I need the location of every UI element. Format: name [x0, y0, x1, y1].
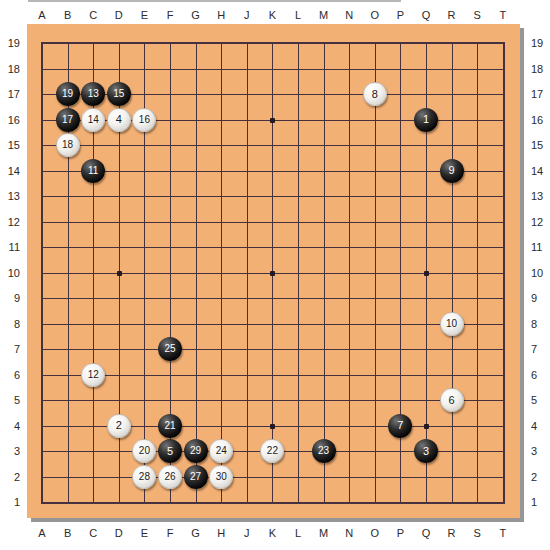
- row-label-left: 4: [2, 418, 20, 434]
- column-label-bottom: Q: [416, 525, 436, 541]
- row-label-right: 18: [531, 61, 549, 77]
- column-label-top: F: [160, 7, 180, 23]
- row-label-right: 3: [531, 443, 549, 459]
- star-point: [270, 424, 275, 429]
- stone-black-g2[interactable]: 27: [184, 465, 208, 489]
- row-label-left: 9: [2, 290, 20, 306]
- stone-white-d4[interactable]: 2: [107, 414, 131, 438]
- stone-black-r14[interactable]: 9: [440, 159, 464, 183]
- column-label-bottom: L: [288, 525, 308, 541]
- stone-white-c16[interactable]: 14: [81, 108, 105, 132]
- move-number: 19: [62, 89, 73, 99]
- move-number: 10: [446, 319, 457, 329]
- top-border-line: [28, 0, 401, 2]
- move-number: 22: [267, 446, 278, 456]
- stone-black-c17[interactable]: 13: [81, 82, 105, 106]
- row-label-right: 1: [531, 494, 549, 510]
- column-label-bottom: R: [442, 525, 462, 541]
- column-label-bottom: K: [262, 525, 282, 541]
- column-label-bottom: G: [186, 525, 206, 541]
- stone-black-q16[interactable]: 1: [414, 108, 438, 132]
- column-label-bottom: H: [211, 525, 231, 541]
- row-label-right: 4: [531, 418, 549, 434]
- stone-black-g3[interactable]: 29: [184, 439, 208, 463]
- column-label-bottom: B: [58, 525, 78, 541]
- column-label-top: G: [186, 7, 206, 23]
- move-number: 1: [423, 114, 429, 125]
- star-point: [117, 271, 122, 276]
- row-label-right: 14: [531, 163, 549, 179]
- move-number: 3: [423, 446, 429, 457]
- move-number: 28: [139, 472, 150, 482]
- row-label-left: 10: [2, 265, 20, 281]
- column-label-bottom: P: [390, 525, 410, 541]
- row-label-right: 2: [531, 469, 549, 485]
- row-label-right: 8: [531, 316, 549, 332]
- move-number: 30: [216, 472, 227, 482]
- move-number: 25: [164, 344, 175, 354]
- row-label-right: 7: [531, 341, 549, 357]
- move-number: 4: [116, 114, 122, 125]
- move-number: 13: [88, 89, 99, 99]
- row-label-left: 6: [2, 367, 20, 383]
- column-label-top: H: [211, 7, 231, 23]
- column-label-top: J: [237, 7, 257, 23]
- move-number: 21: [164, 421, 175, 431]
- column-label-bottom: O: [365, 525, 385, 541]
- move-number: 17: [62, 115, 73, 125]
- move-number: 24: [216, 446, 227, 456]
- row-label-right: 11: [531, 239, 549, 255]
- move-number: 2: [116, 420, 122, 431]
- move-number: 5: [167, 446, 173, 457]
- star-point: [424, 271, 429, 276]
- column-label-bottom: N: [339, 525, 359, 541]
- stone-black-c14[interactable]: 11: [81, 159, 105, 183]
- star-point: [270, 271, 275, 276]
- stone-black-b17[interactable]: 19: [56, 82, 80, 106]
- column-label-bottom: A: [32, 525, 52, 541]
- move-number: 7: [397, 420, 403, 431]
- stone-white-e2[interactable]: 28: [132, 465, 156, 489]
- stone-black-f3[interactable]: 5: [158, 439, 182, 463]
- row-label-left: 3: [2, 443, 20, 459]
- move-number: 20: [139, 446, 150, 456]
- move-number: 9: [449, 165, 455, 176]
- go-board-diagram: AABBCCDDEEFFGGHHJJKKLLMMNNOOPPQQRRSSTT19…: [0, 0, 550, 550]
- row-label-right: 17: [531, 86, 549, 102]
- move-number: 16: [139, 115, 150, 125]
- stone-black-f4[interactable]: 21: [158, 414, 182, 438]
- row-label-left: 15: [2, 137, 20, 153]
- column-label-top: Q: [416, 7, 436, 23]
- row-label-left: 14: [2, 163, 20, 179]
- column-label-bottom: T: [493, 525, 513, 541]
- move-number: 8: [372, 89, 378, 100]
- row-label-left: 18: [2, 61, 20, 77]
- row-label-left: 17: [2, 86, 20, 102]
- move-number: 26: [164, 472, 175, 482]
- row-label-left: 1: [2, 494, 20, 510]
- row-label-right: 16: [531, 112, 549, 128]
- row-label-right: 5: [531, 392, 549, 408]
- stone-white-d16[interactable]: 4: [107, 108, 131, 132]
- stone-white-f2[interactable]: 26: [158, 465, 182, 489]
- stone-black-b16[interactable]: 17: [56, 108, 80, 132]
- row-label-right: 12: [531, 214, 549, 230]
- move-number: 6: [449, 395, 455, 406]
- column-label-top: N: [339, 7, 359, 23]
- column-label-bottom: C: [83, 525, 103, 541]
- row-label-left: 7: [2, 341, 20, 357]
- move-number: 12: [88, 370, 99, 380]
- stone-white-r8[interactable]: 10: [440, 312, 464, 336]
- column-label-top: D: [109, 7, 129, 23]
- column-label-bottom: M: [314, 525, 334, 541]
- column-label-top: A: [32, 7, 52, 23]
- row-label-right: 19: [531, 35, 549, 51]
- column-label-bottom: D: [109, 525, 129, 541]
- stone-white-e16[interactable]: 16: [132, 108, 156, 132]
- row-label-right: 13: [531, 188, 549, 204]
- stone-white-c6[interactable]: 12: [81, 363, 105, 387]
- star-point: [270, 118, 275, 123]
- star-point: [424, 424, 429, 429]
- column-label-top: B: [58, 7, 78, 23]
- move-number: 11: [88, 166, 98, 176]
- column-label-bottom: F: [160, 525, 180, 541]
- row-label-right: 10: [531, 265, 549, 281]
- stone-black-p4[interactable]: 7: [388, 414, 412, 438]
- stone-white-h2[interactable]: 30: [209, 465, 233, 489]
- stone-white-o17[interactable]: 8: [363, 82, 387, 106]
- move-number: 18: [62, 140, 73, 150]
- column-label-bottom: S: [467, 525, 487, 541]
- row-label-left: 13: [2, 188, 20, 204]
- row-label-right: 15: [531, 137, 549, 153]
- move-number: 27: [190, 472, 201, 482]
- column-label-top: E: [134, 7, 154, 23]
- row-label-left: 2: [2, 469, 20, 485]
- row-label-left: 5: [2, 392, 20, 408]
- column-label-top: M: [314, 7, 334, 23]
- stone-black-q3[interactable]: 3: [414, 439, 438, 463]
- row-label-left: 11: [2, 239, 20, 255]
- row-label-left: 8: [2, 316, 20, 332]
- row-label-left: 12: [2, 214, 20, 230]
- column-label-top: O: [365, 7, 385, 23]
- stone-white-h3[interactable]: 24: [209, 439, 233, 463]
- column-label-top: C: [83, 7, 103, 23]
- row-label-right: 9: [531, 290, 549, 306]
- move-number: 14: [88, 115, 99, 125]
- row-label-right: 6: [531, 367, 549, 383]
- stone-black-f7[interactable]: 25: [158, 337, 182, 361]
- stone-white-r5[interactable]: 6: [440, 388, 464, 412]
- column-label-top: T: [493, 7, 513, 23]
- column-label-top: L: [288, 7, 308, 23]
- stone-black-m3[interactable]: 23: [312, 439, 336, 463]
- stone-black-d17[interactable]: 15: [107, 82, 131, 106]
- column-label-bottom: J: [237, 525, 257, 541]
- column-label-top: P: [390, 7, 410, 23]
- move-number: 23: [318, 446, 329, 456]
- move-number: 29: [190, 446, 201, 456]
- move-number: 15: [113, 89, 124, 99]
- stone-white-b15[interactable]: 18: [56, 133, 80, 157]
- column-label-top: K: [262, 7, 282, 23]
- column-label-top: S: [467, 7, 487, 23]
- row-label-left: 16: [2, 112, 20, 128]
- column-label-top: R: [442, 7, 462, 23]
- row-label-left: 19: [2, 35, 20, 51]
- column-label-bottom: E: [134, 525, 154, 541]
